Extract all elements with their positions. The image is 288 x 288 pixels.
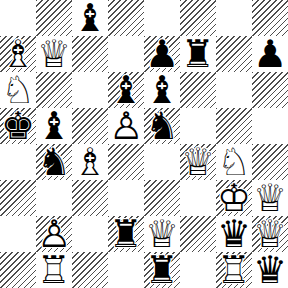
square-b6[interactable] (36, 72, 72, 108)
piece-black-king: ♚♚ (0, 108, 36, 144)
piece-glyph: ♝ (108, 72, 144, 108)
piece-glyph: ♙ (108, 108, 144, 144)
square-f4[interactable]: ♛♕ (180, 144, 216, 180)
square-a8[interactable] (0, 0, 36, 36)
piece-black-queen: ♛♛ (216, 216, 252, 252)
piece-glyph: ♜ (108, 216, 144, 252)
piece-black-pawn: ♟♟ (144, 36, 180, 72)
chess-board: ♝♝♝♗♛♕♟♟♜♜♟♟♞♘♝♝♝♝♚♚♝♝♟♙♞♞♞♞♝♗♛♕♞♘♚♔♛♕♟♙… (0, 0, 288, 288)
square-d1[interactable] (108, 252, 144, 288)
square-b1[interactable]: ♜♖ (36, 252, 72, 288)
piece-black-rook: ♜♜ (180, 36, 216, 72)
square-c2[interactable] (72, 216, 108, 252)
piece-black-pawn: ♟♟ (252, 36, 288, 72)
square-e2[interactable]: ♛♕ (144, 216, 180, 252)
square-d5[interactable]: ♟♙ (108, 108, 144, 144)
square-h3[interactable]: ♛♕ (252, 180, 288, 216)
square-e4[interactable] (144, 144, 180, 180)
square-d4[interactable] (108, 144, 144, 180)
square-f7[interactable]: ♜♜ (180, 36, 216, 72)
piece-white-king: ♚♔ (216, 180, 252, 216)
square-h4[interactable] (252, 144, 288, 180)
piece-black-rook: ♜♜ (144, 252, 180, 288)
piece-glyph: ♞ (36, 144, 72, 180)
square-f2[interactable] (180, 216, 216, 252)
piece-white-knight: ♞♘ (216, 144, 252, 180)
square-e6[interactable]: ♝♝ (144, 72, 180, 108)
square-f3[interactable] (180, 180, 216, 216)
piece-white-queen: ♛♕ (144, 216, 180, 252)
square-b7[interactable]: ♛♕ (36, 36, 72, 72)
piece-glyph: ♗ (0, 36, 36, 72)
piece-glyph: ♝ (36, 108, 72, 144)
piece-black-queen: ♛♛ (252, 252, 288, 288)
square-f8[interactable] (180, 0, 216, 36)
piece-black-bishop: ♝♝ (144, 72, 180, 108)
square-e3[interactable] (144, 180, 180, 216)
piece-white-rook: ♜♖ (36, 252, 72, 288)
piece-glyph: ♖ (216, 252, 252, 288)
square-d8[interactable] (108, 0, 144, 36)
square-h6[interactable] (252, 72, 288, 108)
square-e5[interactable]: ♞♞ (144, 108, 180, 144)
square-g4[interactable]: ♞♘ (216, 144, 252, 180)
square-a1[interactable] (0, 252, 36, 288)
square-e7[interactable]: ♟♟ (144, 36, 180, 72)
square-d2[interactable]: ♜♜ (108, 216, 144, 252)
square-g6[interactable] (216, 72, 252, 108)
square-f6[interactable] (180, 72, 216, 108)
piece-glyph: ♔ (216, 180, 252, 216)
square-f5[interactable] (180, 108, 216, 144)
piece-glyph: ♗ (72, 144, 108, 180)
square-c6[interactable] (72, 72, 108, 108)
square-a2[interactable] (0, 216, 36, 252)
piece-white-pawn: ♟♙ (36, 216, 72, 252)
square-g3[interactable]: ♚♔ (216, 180, 252, 216)
square-g8[interactable] (216, 0, 252, 36)
square-g5[interactable] (216, 108, 252, 144)
square-b2[interactable]: ♟♙ (36, 216, 72, 252)
square-b3[interactable] (36, 180, 72, 216)
square-d3[interactable] (108, 180, 144, 216)
piece-white-pawn: ♟♙ (108, 108, 144, 144)
piece-glyph: ♜ (144, 252, 180, 288)
piece-glyph: ♛ (252, 252, 288, 288)
square-c7[interactable] (72, 36, 108, 72)
square-g2[interactable]: ♛♛ (216, 216, 252, 252)
piece-glyph: ♖ (36, 252, 72, 288)
square-a6[interactable]: ♞♘ (0, 72, 36, 108)
piece-white-bishop: ♝♗ (72, 144, 108, 180)
piece-white-queen: ♛♕ (252, 180, 288, 216)
piece-glyph: ♕ (180, 144, 216, 180)
piece-glyph: ♛ (216, 216, 252, 252)
piece-glyph: ♘ (0, 72, 36, 108)
square-b5[interactable]: ♝♝ (36, 108, 72, 144)
square-c3[interactable] (72, 180, 108, 216)
piece-glyph: ♕ (252, 180, 288, 216)
square-b8[interactable] (36, 0, 72, 36)
square-g1[interactable]: ♜♖ (216, 252, 252, 288)
piece-glyph: ♕ (252, 216, 288, 252)
piece-white-queen: ♛♕ (180, 144, 216, 180)
square-f1[interactable] (180, 252, 216, 288)
piece-black-knight: ♞♞ (144, 108, 180, 144)
piece-black-bishop: ♝♝ (36, 108, 72, 144)
piece-white-queen: ♛♕ (36, 36, 72, 72)
piece-glyph: ♝ (72, 0, 108, 36)
piece-glyph: ♟ (252, 36, 288, 72)
piece-glyph: ♞ (144, 108, 180, 144)
square-g7[interactable] (216, 36, 252, 72)
square-c4[interactable]: ♝♗ (72, 144, 108, 180)
piece-white-queen: ♛♕ (252, 216, 288, 252)
piece-glyph: ♚ (0, 108, 36, 144)
piece-white-knight: ♞♘ (0, 72, 36, 108)
square-e8[interactable] (144, 0, 180, 36)
piece-glyph: ♝ (144, 72, 180, 108)
piece-glyph: ♜ (180, 36, 216, 72)
square-c5[interactable] (72, 108, 108, 144)
square-e1[interactable]: ♜♜ (144, 252, 180, 288)
square-h5[interactable] (252, 108, 288, 144)
square-a5[interactable]: ♚♚ (0, 108, 36, 144)
square-b4[interactable]: ♞♞ (36, 144, 72, 180)
piece-white-bishop: ♝♗ (0, 36, 36, 72)
square-h8[interactable] (252, 0, 288, 36)
square-a7[interactable]: ♝♗ (0, 36, 36, 72)
square-d7[interactable] (108, 36, 144, 72)
piece-black-rook: ♜♜ (108, 216, 144, 252)
square-a4[interactable] (0, 144, 36, 180)
piece-glyph: ♟ (144, 36, 180, 72)
square-h7[interactable]: ♟♟ (252, 36, 288, 72)
piece-glyph: ♕ (36, 36, 72, 72)
square-d6[interactable]: ♝♝ (108, 72, 144, 108)
piece-black-bishop: ♝♝ (72, 0, 108, 36)
square-h1[interactable]: ♛♛ (252, 252, 288, 288)
piece-white-rook: ♜♖ (216, 252, 252, 288)
piece-black-knight: ♞♞ (36, 144, 72, 180)
square-a3[interactable] (0, 180, 36, 216)
piece-glyph: ♕ (144, 216, 180, 252)
piece-glyph: ♙ (36, 216, 72, 252)
piece-glyph: ♘ (216, 144, 252, 180)
square-c8[interactable]: ♝♝ (72, 0, 108, 36)
square-h2[interactable]: ♛♕ (252, 216, 288, 252)
piece-black-bishop: ♝♝ (108, 72, 144, 108)
square-c1[interactable] (72, 252, 108, 288)
